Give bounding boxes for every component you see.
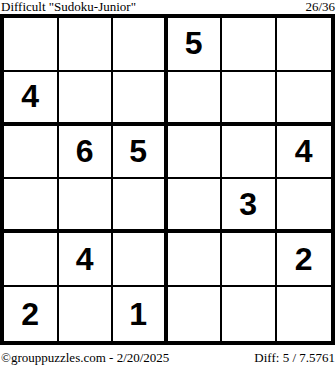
cell-r1c4: 5 bbox=[168, 18, 223, 72]
cell-r3c5[interactable] bbox=[222, 126, 277, 180]
difficulty-text: Diff: 5 / 7.5761 bbox=[254, 351, 335, 364]
cell-r3c6: 4 bbox=[277, 126, 332, 180]
cell-r4c1[interactable] bbox=[4, 179, 59, 233]
cell-r4c3[interactable] bbox=[113, 179, 168, 233]
cell-r6c1: 2 bbox=[4, 287, 59, 341]
cell-r6c3: 1 bbox=[113, 287, 168, 341]
cell-r5c4[interactable] bbox=[168, 233, 223, 287]
cell-r5c2: 4 bbox=[59, 233, 114, 287]
cell-r3c3: 5 bbox=[113, 126, 168, 180]
cell-r5c5[interactable] bbox=[222, 233, 277, 287]
cell-r1c5[interactable] bbox=[222, 18, 277, 72]
cell-r1c6[interactable] bbox=[277, 18, 332, 72]
cell-r4c5: 3 bbox=[222, 179, 277, 233]
cell-r2c1: 4 bbox=[4, 72, 59, 126]
cell-r2c2[interactable] bbox=[59, 72, 114, 126]
cell-r1c2[interactable] bbox=[59, 18, 114, 72]
puzzle-title: Difficult "Sudoku-Junior" bbox=[1, 0, 136, 13]
cell-r4c4[interactable] bbox=[168, 179, 223, 233]
cell-r1c3[interactable] bbox=[113, 18, 168, 72]
cell-r5c6: 2 bbox=[277, 233, 332, 287]
cell-r1c1[interactable] bbox=[4, 18, 59, 72]
puzzle-page: Difficult "Sudoku-Junior" 26/36 54654342… bbox=[0, 0, 336, 370]
cell-r5c1[interactable] bbox=[4, 233, 59, 287]
cell-r6c2[interactable] bbox=[59, 287, 114, 341]
cell-r3c2: 6 bbox=[59, 126, 114, 180]
cell-r6c6[interactable] bbox=[277, 287, 332, 341]
header: Difficult "Sudoku-Junior" 26/36 bbox=[0, 0, 336, 14]
puzzle-counter: 26/36 bbox=[305, 0, 335, 13]
cell-r4c6[interactable] bbox=[277, 179, 332, 233]
cell-r4c2[interactable] bbox=[59, 179, 114, 233]
cell-r2c3[interactable] bbox=[113, 72, 168, 126]
cell-r3c1[interactable] bbox=[4, 126, 59, 180]
footer: ©grouppuzzles.com - 2/20/2025 Diff: 5 / … bbox=[0, 345, 336, 369]
cell-r3c4[interactable] bbox=[168, 126, 223, 180]
cell-r2c5[interactable] bbox=[222, 72, 277, 126]
sudoku-grid: 5465434221 bbox=[0, 14, 335, 345]
cell-r5c3[interactable] bbox=[113, 233, 168, 287]
cell-r6c5[interactable] bbox=[222, 287, 277, 341]
cell-r6c4[interactable] bbox=[168, 287, 223, 341]
credit-text: ©grouppuzzles.com - 2/20/2025 bbox=[1, 351, 169, 364]
cell-r2c4[interactable] bbox=[168, 72, 223, 126]
cell-r2c6[interactable] bbox=[277, 72, 332, 126]
